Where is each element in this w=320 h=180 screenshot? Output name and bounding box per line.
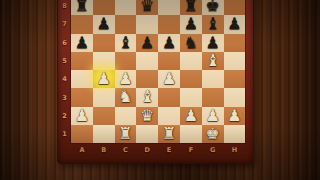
file-labels: ABCDEFGH	[71, 144, 245, 156]
square-d1[interactable]	[136, 125, 158, 143]
white-rook[interactable]: ♜	[115, 125, 137, 143]
square-b2[interactable]	[93, 107, 115, 125]
file-label-a: A	[71, 144, 93, 156]
file-label-e: E	[158, 144, 180, 156]
square-a6[interactable]: ♟	[71, 34, 93, 52]
file-label-g: G	[202, 144, 224, 156]
file-label-c: C	[115, 144, 137, 156]
white-pawn[interactable]: ♟	[180, 107, 202, 125]
rank-label-1: 1	[58, 125, 71, 143]
square-c4[interactable]: ♟	[115, 70, 137, 88]
square-h1[interactable]	[224, 125, 246, 143]
square-f1[interactable]	[180, 125, 202, 143]
file-label-h: H	[224, 144, 246, 156]
black-king[interactable]: ♚	[202, 0, 224, 15]
square-e8[interactable]	[158, 0, 180, 15]
square-g3[interactable]	[202, 88, 224, 106]
square-d5[interactable]	[136, 52, 158, 70]
square-h7[interactable]: ♟	[224, 15, 246, 33]
square-c3[interactable]: ♞	[115, 88, 137, 106]
file-label-b: B	[93, 144, 115, 156]
square-g4[interactable]	[202, 70, 224, 88]
file-label-f: F	[180, 144, 202, 156]
square-h5[interactable]	[224, 52, 246, 70]
black-bishop[interactable]: ♝	[115, 34, 137, 52]
file-label-d: D	[136, 144, 158, 156]
square-e5[interactable]	[158, 52, 180, 70]
square-c6[interactable]: ♝	[115, 34, 137, 52]
square-f4[interactable]	[180, 70, 202, 88]
square-h6[interactable]	[224, 34, 246, 52]
square-h3[interactable]	[224, 88, 246, 106]
black-pawn[interactable]: ♟	[202, 34, 224, 52]
black-rook[interactable]: ♜	[71, 0, 93, 15]
square-a1[interactable]	[71, 125, 93, 143]
rank-labels: 87654321	[58, 0, 71, 143]
square-g2[interactable]: ♟	[202, 107, 224, 125]
white-queen[interactable]: ♛	[136, 107, 158, 125]
black-pawn[interactable]: ♟	[93, 15, 115, 33]
white-pawn[interactable]: ♟	[202, 107, 224, 125]
white-bishop[interactable]: ♝	[202, 52, 224, 70]
square-f2[interactable]: ♟	[180, 107, 202, 125]
rank-label-8: 8	[58, 0, 71, 15]
square-a4[interactable]	[71, 70, 93, 88]
black-pawn[interactable]: ♟	[224, 15, 246, 33]
white-pawn[interactable]: ♟	[224, 107, 246, 125]
black-pawn[interactable]: ♟	[71, 34, 93, 52]
square-g7[interactable]: ♝	[202, 15, 224, 33]
rank-label-5: 5	[58, 52, 71, 70]
square-b8[interactable]	[93, 0, 115, 15]
square-b6[interactable]	[93, 34, 115, 52]
square-d6[interactable]: ♟	[136, 34, 158, 52]
rank-label-4: 4	[58, 70, 71, 88]
white-king[interactable]: ♚	[202, 125, 224, 143]
black-bishop[interactable]: ♝	[202, 15, 224, 33]
white-pawn[interactable]: ♟	[115, 70, 137, 88]
rank-label-6: 6	[58, 34, 71, 52]
square-c8[interactable]	[115, 0, 137, 15]
white-pawn[interactable]: ♟	[158, 70, 180, 88]
square-f6[interactable]: ♞	[180, 34, 202, 52]
square-d2[interactable]: ♛	[136, 107, 158, 125]
black-queen[interactable]: ♛	[136, 0, 158, 15]
square-d3[interactable]: ♝	[136, 88, 158, 106]
white-bishop[interactable]: ♝	[136, 88, 158, 106]
rank-label-3: 3	[58, 88, 71, 106]
square-a2[interactable]: ♟	[71, 107, 93, 125]
square-f7[interactable]: ♟	[180, 15, 202, 33]
square-b4[interactable]: ♟	[93, 70, 115, 88]
square-c1[interactable]: ♜	[115, 125, 137, 143]
chess-board[interactable]: ♜♛♜♚♟♟♝♟♟♝♟♟♞♟♝♟♟♟♞♝♟♛♟♟♟♜♜♚	[71, 0, 245, 143]
white-pawn[interactable]: ♟	[93, 70, 115, 88]
square-e2[interactable]	[158, 107, 180, 125]
black-pawn[interactable]: ♟	[158, 34, 180, 52]
square-c5[interactable]	[115, 52, 137, 70]
square-h8[interactable]	[224, 0, 246, 15]
square-e7[interactable]	[158, 15, 180, 33]
square-b5[interactable]	[93, 52, 115, 70]
square-a5[interactable]	[71, 52, 93, 70]
rank-label-2: 2	[58, 107, 71, 125]
white-knight[interactable]: ♞	[115, 88, 137, 106]
white-rook[interactable]: ♜	[158, 125, 180, 143]
square-g5[interactable]: ♝	[202, 52, 224, 70]
square-a8[interactable]: ♜	[71, 0, 93, 15]
square-h4[interactable]	[224, 70, 246, 88]
square-e6[interactable]: ♟	[158, 34, 180, 52]
black-pawn[interactable]: ♟	[180, 15, 202, 33]
square-f8[interactable]: ♜	[180, 0, 202, 15]
square-g8[interactable]: ♚	[202, 0, 224, 15]
square-d7[interactable]	[136, 15, 158, 33]
square-e1[interactable]: ♜	[158, 125, 180, 143]
square-a3[interactable]	[71, 88, 93, 106]
square-d8[interactable]: ♛	[136, 0, 158, 15]
black-knight[interactable]: ♞	[180, 34, 202, 52]
white-pawn[interactable]: ♟	[71, 107, 93, 125]
black-pawn[interactable]: ♟	[136, 34, 158, 52]
square-b3[interactable]	[93, 88, 115, 106]
rank-label-7: 7	[58, 15, 71, 33]
square-g1[interactable]: ♚	[202, 125, 224, 143]
square-a7[interactable]	[71, 15, 93, 33]
square-f5[interactable]	[180, 52, 202, 70]
square-c2[interactable]	[115, 107, 137, 125]
square-e3[interactable]	[158, 88, 180, 106]
black-rook[interactable]: ♜	[180, 0, 202, 15]
square-g6[interactable]: ♟	[202, 34, 224, 52]
square-e4[interactable]: ♟	[158, 70, 180, 88]
board-frame: 87654321 ♜♛♜♚♟♟♝♟♟♝♟♟♞♟♝♟♟♟♞♝♟♛♟♟♟♜♜♚ AB…	[57, 0, 254, 164]
square-f3[interactable]	[180, 88, 202, 106]
square-h2[interactable]: ♟	[224, 107, 246, 125]
square-b1[interactable]	[93, 125, 115, 143]
square-c7[interactable]	[115, 15, 137, 33]
square-b7[interactable]: ♟	[93, 15, 115, 33]
app-background: 87654321 ♜♛♜♚♟♟♝♟♟♝♟♟♞♟♝♟♟♟♞♝♟♛♟♟♟♜♜♚ AB…	[0, 0, 320, 180]
square-d4[interactable]	[136, 70, 158, 88]
